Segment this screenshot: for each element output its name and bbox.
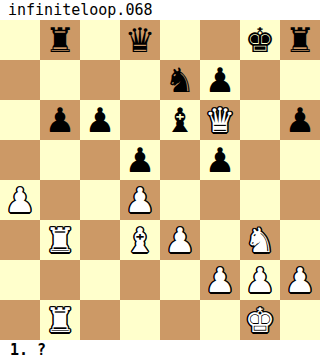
square-g2[interactable]: ♟ [240,260,280,300]
square-f7[interactable]: ♟ [200,60,240,100]
square-b3[interactable]: ♜ [40,220,80,260]
square-d2[interactable] [120,260,160,300]
square-f1[interactable] [200,300,240,340]
square-h3[interactable] [280,220,320,260]
square-b4[interactable] [40,180,80,220]
square-f4[interactable] [200,180,240,220]
square-b5[interactable] [40,140,80,180]
square-h1[interactable] [280,300,320,340]
square-d1[interactable] [120,300,160,340]
white-knight-g3: ♞ [245,223,275,257]
square-a7[interactable] [0,60,40,100]
square-d8[interactable]: ♛ [120,20,160,60]
black-pawn-f5: ♟ [205,143,235,177]
square-c2[interactable] [80,260,120,300]
square-c1[interactable] [80,300,120,340]
square-c3[interactable] [80,220,120,260]
square-h4[interactable] [280,180,320,220]
square-h6[interactable]: ♟ [280,100,320,140]
square-c4[interactable] [80,180,120,220]
black-pawn-c6: ♟ [85,103,115,137]
black-pawn-d5: ♟ [125,143,155,177]
square-c7[interactable] [80,60,120,100]
white-bishop-d3: ♝ [125,223,155,257]
move-prompt: 1. ? [0,340,320,360]
square-e3[interactable]: ♟ [160,220,200,260]
white-pawn-h2: ♟ [285,263,315,297]
square-a4[interactable]: ♟ [0,180,40,220]
white-pawn-f2: ♟ [205,263,235,297]
square-g4[interactable] [240,180,280,220]
square-g1[interactable]: ♚ [240,300,280,340]
square-c8[interactable] [80,20,120,60]
square-a6[interactable] [0,100,40,140]
chess-app-window: infiniteloop.068 ♜♛♚♜♞♟♟♟♝♛♟♟♟♟♟♜♝♟♞♟♟♟♜… [0,0,320,360]
square-f3[interactable] [200,220,240,260]
black-king-g8: ♚ [245,23,275,57]
square-g7[interactable] [240,60,280,100]
square-f5[interactable]: ♟ [200,140,240,180]
square-d4[interactable]: ♟ [120,180,160,220]
white-pawn-d4: ♟ [125,183,155,217]
white-pawn-g2: ♟ [245,263,275,297]
square-g8[interactable]: ♚ [240,20,280,60]
square-f6[interactable]: ♛ [200,100,240,140]
square-b2[interactable] [40,260,80,300]
square-e7[interactable]: ♞ [160,60,200,100]
square-d6[interactable] [120,100,160,140]
white-rook-b1: ♜ [45,303,75,337]
white-king-g1: ♚ [245,303,275,337]
square-b7[interactable] [40,60,80,100]
black-rook-b8: ♜ [45,23,75,57]
black-bishop-e6: ♝ [165,103,195,137]
square-h7[interactable] [280,60,320,100]
square-c6[interactable]: ♟ [80,100,120,140]
white-pawn-a4: ♟ [5,183,35,217]
square-d3[interactable]: ♝ [120,220,160,260]
square-b6[interactable]: ♟ [40,100,80,140]
square-a5[interactable] [0,140,40,180]
square-f8[interactable] [200,20,240,60]
black-queen-d8: ♛ [125,23,155,57]
square-g6[interactable] [240,100,280,140]
black-pawn-f7: ♟ [205,63,235,97]
square-a2[interactable] [0,260,40,300]
square-d5[interactable]: ♟ [120,140,160,180]
square-e2[interactable] [160,260,200,300]
black-pawn-h6: ♟ [285,103,315,137]
black-knight-e7: ♞ [165,63,195,97]
square-e5[interactable] [160,140,200,180]
square-b8[interactable]: ♜ [40,20,80,60]
square-b1[interactable]: ♜ [40,300,80,340]
white-queen-f6: ♛ [205,103,235,137]
square-g5[interactable] [240,140,280,180]
square-a1[interactable] [0,300,40,340]
puzzle-title: infiniteloop.068 [0,0,320,20]
square-h8[interactable]: ♜ [280,20,320,60]
white-rook-b3: ♜ [45,223,75,257]
chess-board: ♜♛♚♜♞♟♟♟♝♛♟♟♟♟♟♜♝♟♞♟♟♟♜♚ [0,20,320,340]
square-e1[interactable] [160,300,200,340]
square-c5[interactable] [80,140,120,180]
square-e4[interactable] [160,180,200,220]
square-g3[interactable]: ♞ [240,220,280,260]
square-h2[interactable]: ♟ [280,260,320,300]
square-d7[interactable] [120,60,160,100]
square-a8[interactable] [0,20,40,60]
square-f2[interactable]: ♟ [200,260,240,300]
black-rook-h8: ♜ [285,23,315,57]
square-a3[interactable] [0,220,40,260]
square-e6[interactable]: ♝ [160,100,200,140]
square-h5[interactable] [280,140,320,180]
square-e8[interactable] [160,20,200,60]
black-pawn-b6: ♟ [45,103,75,137]
white-pawn-e3: ♟ [165,223,195,257]
